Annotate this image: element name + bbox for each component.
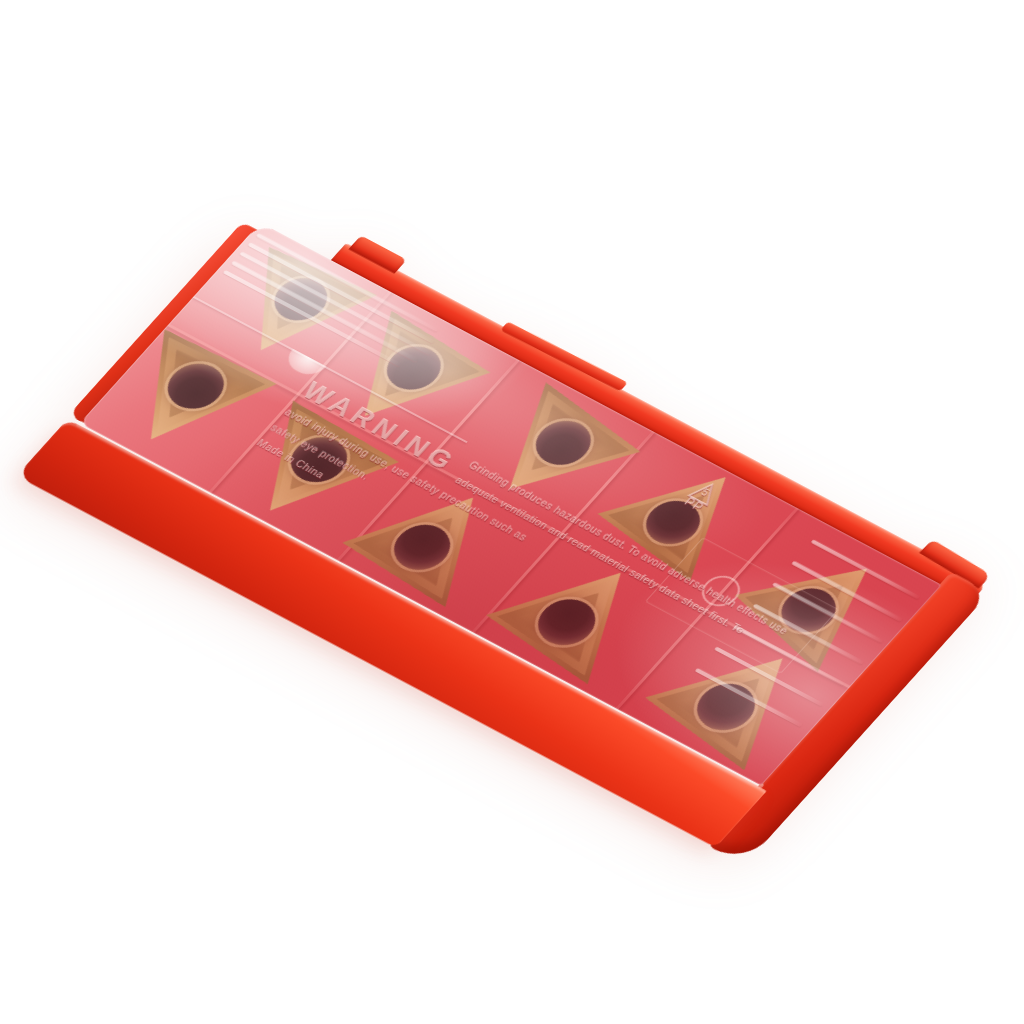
product-photo: △ 5 PP WARNING Grinding produces hazardo…	[0, 0, 1024, 1024]
insert-box: △ 5 PP WARNING Grinding produces hazardo…	[9, 195, 1002, 883]
